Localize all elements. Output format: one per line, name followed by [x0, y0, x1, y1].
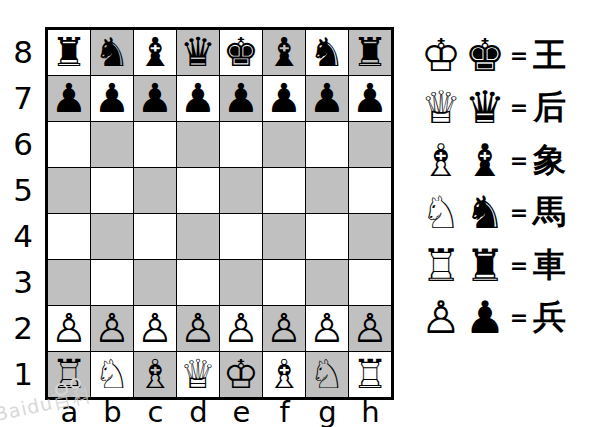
legend-equals-sign: =: [509, 95, 529, 120]
square-a5[interactable]: [48, 168, 90, 213]
legend-equals-sign: =: [509, 43, 529, 68]
square-g4[interactable]: [306, 214, 348, 259]
square-b7[interactable]: ♟: [91, 76, 133, 121]
legend-white-piece-icon: ♗: [419, 138, 463, 183]
square-f3[interactable]: [263, 260, 305, 305]
piece-legend: ♔♚=王♕♛=后♗♝=象♘♞=馬♖♜=車♙♟=兵: [419, 29, 595, 344]
legend-black-piece-icon: ♟: [463, 295, 507, 340]
piece-white-pawn-c2: ♙: [137, 308, 173, 348]
square-f7[interactable]: ♟: [263, 76, 305, 121]
square-b5[interactable]: [91, 168, 133, 213]
piece-white-pawn-e2: ♙: [223, 308, 259, 348]
piece-black-bishop-c8: ♝: [137, 32, 173, 72]
rank-label-4: 4: [0, 214, 40, 260]
square-h5[interactable]: [349, 168, 391, 213]
square-c5[interactable]: [134, 168, 176, 213]
square-c4[interactable]: [134, 214, 176, 259]
legend-white-piece-icon: ♙: [419, 295, 463, 340]
square-b4[interactable]: [91, 214, 133, 259]
square-a6[interactable]: [48, 122, 90, 167]
square-g5[interactable]: [306, 168, 348, 213]
legend-equals-sign: =: [509, 200, 529, 225]
legend-chinese-name: 馬: [533, 190, 566, 235]
rank-label-2: 2: [0, 306, 40, 352]
square-c2[interactable]: ♙: [134, 306, 176, 351]
square-g2[interactable]: ♙: [306, 306, 348, 351]
file-label-h: h: [349, 398, 392, 427]
piece-black-pawn-g7: ♟: [309, 78, 345, 118]
square-a8[interactable]: ♜: [48, 30, 90, 75]
square-g3[interactable]: [306, 260, 348, 305]
square-h1[interactable]: ♖: [349, 352, 391, 397]
legend-white-piece-icon: ♕: [419, 85, 463, 130]
legend-white-piece-icon: ♔: [419, 33, 463, 78]
square-b2[interactable]: ♙: [91, 306, 133, 351]
square-c8[interactable]: ♝: [134, 30, 176, 75]
square-d8[interactable]: ♛: [177, 30, 219, 75]
square-c3[interactable]: [134, 260, 176, 305]
square-d5[interactable]: [177, 168, 219, 213]
legend-chinese-name: 兵: [533, 295, 566, 340]
square-f8[interactable]: ♝: [263, 30, 305, 75]
legend-row-馬: ♘♞=馬: [419, 187, 595, 240]
legend-row-王: ♔♚=王: [419, 29, 595, 82]
square-a2[interactable]: ♙: [48, 306, 90, 351]
piece-white-rook-h1: ♖: [352, 354, 388, 394]
square-g1[interactable]: ♘: [306, 352, 348, 397]
square-d6[interactable]: [177, 122, 219, 167]
square-c6[interactable]: [134, 122, 176, 167]
file-label-f: f: [263, 398, 306, 427]
square-b6[interactable]: [91, 122, 133, 167]
piece-white-bishop-f1: ♗: [266, 354, 302, 394]
square-h4[interactable]: [349, 214, 391, 259]
square-e1[interactable]: ♔: [220, 352, 262, 397]
square-e4[interactable]: [220, 214, 262, 259]
rank-label-6: 6: [0, 122, 40, 168]
legend-chinese-name: 車: [533, 243, 566, 288]
piece-white-pawn-d2: ♙: [180, 308, 216, 348]
piece-white-pawn-f2: ♙: [266, 308, 302, 348]
square-g8[interactable]: ♞: [306, 30, 348, 75]
piece-black-king-e8: ♚: [223, 32, 259, 72]
file-label-b: b: [91, 398, 134, 427]
watermark-paw-dot: [55, 383, 68, 396]
piece-black-pawn-a7: ♟: [51, 78, 87, 118]
square-f1[interactable]: ♗: [263, 352, 305, 397]
legend-row-后: ♕♛=后: [419, 82, 595, 135]
rank-label-1: 1: [0, 352, 40, 398]
piece-black-bishop-f8: ♝: [266, 32, 302, 72]
square-h3[interactable]: [349, 260, 391, 305]
piece-black-knight-b8: ♞: [94, 32, 130, 72]
piece-white-knight-b1: ♘: [94, 354, 130, 394]
square-h2[interactable]: ♙: [349, 306, 391, 351]
piece-black-pawn-h7: ♟: [352, 78, 388, 118]
square-e7[interactable]: ♟: [220, 76, 262, 121]
piece-black-knight-g8: ♞: [309, 32, 345, 72]
piece-black-rook-a8: ♜: [51, 32, 87, 72]
file-label-c: c: [134, 398, 177, 427]
piece-black-pawn-e7: ♟: [223, 78, 259, 118]
square-e8[interactable]: ♚: [220, 30, 262, 75]
file-labels: abcdefgh: [48, 398, 392, 427]
file-label-d: d: [177, 398, 220, 427]
rank-label-3: 3: [0, 260, 40, 306]
square-e5[interactable]: [220, 168, 262, 213]
square-d4[interactable]: [177, 214, 219, 259]
watermark-paw-dot: [70, 378, 81, 389]
piece-white-pawn-a2: ♙: [51, 308, 87, 348]
square-a3[interactable]: [48, 260, 90, 305]
square-d3[interactable]: [177, 260, 219, 305]
legend-white-piece-icon: ♘: [419, 190, 463, 235]
square-f5[interactable]: [263, 168, 305, 213]
square-h8[interactable]: ♜: [349, 30, 391, 75]
piece-white-bishop-c1: ♗: [137, 354, 173, 394]
chess-board: ♜♞♝♛♚♝♞♜♟♟♟♟♟♟♟♟♙♙♙♙♙♙♙♙♖♘♗♕♔♗♘♖: [45, 27, 394, 400]
legend-equals-sign: =: [509, 305, 529, 330]
file-label-e: e: [220, 398, 263, 427]
legend-black-piece-icon: ♜: [463, 243, 507, 288]
square-a4[interactable]: [48, 214, 90, 259]
chess-diagram: 87654321 ♜♞♝♛♚♝♞♜♟♟♟♟♟♟♟♟♙♙♙♙♙♙♙♙♖♘♗♕♔♗♘…: [0, 0, 597, 427]
piece-white-king-e1: ♔: [223, 354, 259, 394]
rank-label-5: 5: [0, 168, 40, 214]
square-c1[interactable]: ♗: [134, 352, 176, 397]
legend-row-車: ♖♜=車: [419, 239, 595, 292]
legend-row-兵: ♙♟=兵: [419, 292, 595, 345]
square-d7[interactable]: ♟: [177, 76, 219, 121]
legend-chinese-name: 王: [533, 33, 566, 78]
legend-chinese-name: 后: [533, 85, 566, 130]
piece-black-pawn-b7: ♟: [94, 78, 130, 118]
legend-equals-sign: =: [509, 253, 529, 278]
square-f6[interactable]: [263, 122, 305, 167]
legend-black-piece-icon: ♚: [463, 33, 507, 78]
rank-label-7: 7: [0, 76, 40, 122]
piece-white-knight-g1: ♘: [309, 354, 345, 394]
square-e6[interactable]: [220, 122, 262, 167]
square-g6[interactable]: [306, 122, 348, 167]
square-f4[interactable]: [263, 214, 305, 259]
rank-label-8: 8: [0, 30, 40, 76]
piece-white-pawn-b2: ♙: [94, 308, 130, 348]
legend-chinese-name: 象: [533, 138, 566, 183]
piece-black-pawn-d7: ♟: [180, 78, 216, 118]
legend-black-piece-icon: ♝: [463, 138, 507, 183]
square-c7[interactable]: ♟: [134, 76, 176, 121]
square-b3[interactable]: [91, 260, 133, 305]
legend-black-piece-icon: ♞: [463, 190, 507, 235]
legend-equals-sign: =: [509, 148, 529, 173]
legend-black-piece-icon: ♛: [463, 85, 507, 130]
square-d1[interactable]: ♕: [177, 352, 219, 397]
square-b8[interactable]: ♞: [91, 30, 133, 75]
square-h6[interactable]: [349, 122, 391, 167]
piece-black-pawn-f7: ♟: [266, 78, 302, 118]
piece-black-rook-h8: ♜: [352, 32, 388, 72]
legend-white-piece-icon: ♖: [419, 243, 463, 288]
legend-row-象: ♗♝=象: [419, 134, 595, 187]
square-e3[interactable]: [220, 260, 262, 305]
piece-white-pawn-g2: ♙: [309, 308, 345, 348]
square-d2[interactable]: ♙: [177, 306, 219, 351]
square-a7[interactable]: ♟: [48, 76, 90, 121]
square-b1[interactable]: ♘: [91, 352, 133, 397]
square-f2[interactable]: ♙: [263, 306, 305, 351]
square-g7[interactable]: ♟: [306, 76, 348, 121]
file-label-g: g: [306, 398, 349, 427]
piece-white-queen-d1: ♕: [180, 354, 216, 394]
square-e2[interactable]: ♙: [220, 306, 262, 351]
square-h7[interactable]: ♟: [349, 76, 391, 121]
piece-white-pawn-h2: ♙: [352, 308, 388, 348]
piece-black-pawn-c7: ♟: [137, 78, 173, 118]
piece-black-queen-d8: ♛: [180, 32, 216, 72]
rank-labels: 87654321: [0, 30, 40, 398]
